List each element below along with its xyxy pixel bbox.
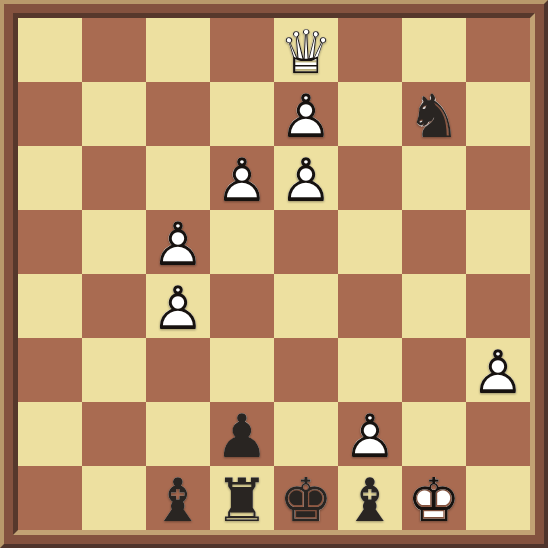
white-pawn-outline-glyph: ♙ <box>146 276 210 340</box>
square-d2[interactable]: ♙♟ <box>210 402 274 466</box>
square-c5[interactable]: ♟♙ <box>146 210 210 274</box>
square-f4[interactable] <box>338 274 402 338</box>
black-bishop[interactable]: ♗♝ <box>338 466 402 530</box>
white-king[interactable]: ♚♔ <box>402 466 466 530</box>
square-f5[interactable] <box>338 210 402 274</box>
board-frame-body: ♛♕♟♙♘♞♟♙♟♙♟♙♟♙♟♙♙♟♟♙♗♝♖♜♔♚♗♝♚♔ <box>4 4 544 544</box>
square-g5[interactable] <box>402 210 466 274</box>
square-f7[interactable] <box>338 82 402 146</box>
square-c2[interactable] <box>146 402 210 466</box>
square-g3[interactable] <box>402 338 466 402</box>
square-d4[interactable] <box>210 274 274 338</box>
white-pawn[interactable]: ♟♙ <box>466 338 530 402</box>
square-f6[interactable] <box>338 146 402 210</box>
square-h8[interactable] <box>466 18 530 82</box>
square-h7[interactable] <box>466 82 530 146</box>
square-c7[interactable] <box>146 82 210 146</box>
square-b8[interactable] <box>82 18 146 82</box>
square-e7[interactable]: ♟♙ <box>274 82 338 146</box>
white-pawn-outline-glyph: ♙ <box>338 404 402 468</box>
square-a1[interactable] <box>18 466 82 530</box>
board-frame-inner: ♛♕♟♙♘♞♟♙♟♙♟♙♟♙♟♙♙♟♟♙♗♝♖♜♔♚♗♝♚♔ <box>13 13 535 535</box>
black-rook[interactable]: ♖♜ <box>210 466 274 530</box>
square-d1[interactable]: ♖♜ <box>210 466 274 530</box>
square-b6[interactable] <box>82 146 146 210</box>
square-b5[interactable] <box>82 210 146 274</box>
square-d3[interactable] <box>210 338 274 402</box>
black-pawn[interactable]: ♙♟ <box>210 402 274 466</box>
square-f1[interactable]: ♗♝ <box>338 466 402 530</box>
square-c6[interactable] <box>146 146 210 210</box>
square-a3[interactable] <box>18 338 82 402</box>
white-pawn-outline-glyph: ♙ <box>274 148 338 212</box>
white-pawn[interactable]: ♟♙ <box>210 146 274 210</box>
square-b3[interactable] <box>82 338 146 402</box>
square-a2[interactable] <box>18 402 82 466</box>
square-d6[interactable]: ♟♙ <box>210 146 274 210</box>
square-g7[interactable]: ♘♞ <box>402 82 466 146</box>
square-a4[interactable] <box>18 274 82 338</box>
square-c8[interactable] <box>146 18 210 82</box>
square-b7[interactable] <box>82 82 146 146</box>
black-knight-solid-glyph: ♞ <box>402 84 466 148</box>
black-king-solid-glyph: ♚ <box>274 468 338 532</box>
white-pawn-outline-glyph: ♙ <box>146 212 210 276</box>
black-bishop[interactable]: ♗♝ <box>146 466 210 530</box>
square-b1[interactable] <box>82 466 146 530</box>
square-d8[interactable] <box>210 18 274 82</box>
square-c4[interactable]: ♟♙ <box>146 274 210 338</box>
white-pawn[interactable]: ♟♙ <box>338 402 402 466</box>
square-g8[interactable] <box>402 18 466 82</box>
board-frame-outer: ♛♕♟♙♘♞♟♙♟♙♟♙♟♙♟♙♙♟♟♙♗♝♖♜♔♚♗♝♚♔ <box>0 0 548 548</box>
white-queen[interactable]: ♛♕ <box>274 18 338 82</box>
square-c3[interactable] <box>146 338 210 402</box>
square-f8[interactable] <box>338 18 402 82</box>
square-e6[interactable]: ♟♙ <box>274 146 338 210</box>
white-king-outline-glyph: ♔ <box>402 468 466 532</box>
black-king[interactable]: ♔♚ <box>274 466 338 530</box>
white-pawn[interactable]: ♟♙ <box>274 146 338 210</box>
square-e5[interactable] <box>274 210 338 274</box>
black-pawn-solid-glyph: ♟ <box>210 404 274 468</box>
square-g4[interactable] <box>402 274 466 338</box>
square-h1[interactable] <box>466 466 530 530</box>
white-pawn[interactable]: ♟♙ <box>146 274 210 338</box>
white-pawn[interactable]: ♟♙ <box>146 210 210 274</box>
square-a7[interactable] <box>18 82 82 146</box>
square-e4[interactable] <box>274 274 338 338</box>
square-f2[interactable]: ♟♙ <box>338 402 402 466</box>
square-h5[interactable] <box>466 210 530 274</box>
square-h6[interactable] <box>466 146 530 210</box>
black-rook-solid-glyph: ♜ <box>210 468 274 532</box>
white-pawn-outline-glyph: ♙ <box>466 340 530 404</box>
square-e2[interactable] <box>274 402 338 466</box>
white-pawn-outline-glyph: ♙ <box>210 148 274 212</box>
square-e1[interactable]: ♔♚ <box>274 466 338 530</box>
square-f3[interactable] <box>338 338 402 402</box>
white-pawn-outline-glyph: ♙ <box>274 84 338 148</box>
square-a6[interactable] <box>18 146 82 210</box>
square-c1[interactable]: ♗♝ <box>146 466 210 530</box>
square-d5[interactable] <box>210 210 274 274</box>
white-queen-outline-glyph: ♕ <box>274 20 338 84</box>
square-g2[interactable] <box>402 402 466 466</box>
white-pawn[interactable]: ♟♙ <box>274 82 338 146</box>
square-a8[interactable] <box>18 18 82 82</box>
square-e8[interactable]: ♛♕ <box>274 18 338 82</box>
square-g6[interactable] <box>402 146 466 210</box>
square-a5[interactable] <box>18 210 82 274</box>
black-bishop-solid-glyph: ♝ <box>338 468 402 532</box>
square-h4[interactable] <box>466 274 530 338</box>
black-knight[interactable]: ♘♞ <box>402 82 466 146</box>
square-h3[interactable]: ♟♙ <box>466 338 530 402</box>
square-g1[interactable]: ♚♔ <box>402 466 466 530</box>
square-b4[interactable] <box>82 274 146 338</box>
square-d7[interactable] <box>210 82 274 146</box>
square-h2[interactable] <box>466 402 530 466</box>
black-bishop-solid-glyph: ♝ <box>146 468 210 532</box>
square-b2[interactable] <box>82 402 146 466</box>
square-e3[interactable] <box>274 338 338 402</box>
chess-board: ♛♕♟♙♘♞♟♙♟♙♟♙♟♙♟♙♙♟♟♙♗♝♖♜♔♚♗♝♚♔ <box>18 18 530 530</box>
